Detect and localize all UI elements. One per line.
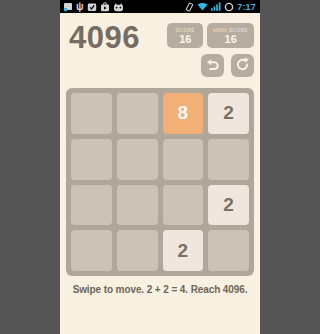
status-clock: 7:17 — [237, 2, 257, 12]
update-check-icon — [87, 1, 97, 12]
cyanogenmod-mascot-icon — [113, 1, 124, 12]
button-row — [201, 54, 254, 77]
tile-2: 2 — [208, 93, 249, 134]
tile-2: 2 — [163, 230, 204, 271]
empty-cell — [163, 139, 204, 180]
score-box: SCORE 16 — [167, 23, 203, 48]
tile-8: 8 — [163, 93, 204, 134]
hint-text: Swipe to move. 2 + 2 = 4. Reach 4096. — [60, 284, 260, 295]
refresh-icon — [235, 57, 250, 75]
app-screen: ψ 7:17 4096 SCORE 16 — [60, 0, 260, 334]
usb-icon: ψ — [76, 1, 84, 12]
play-store-icon — [100, 1, 110, 12]
status-bar: ψ 7:17 — [60, 0, 260, 13]
score-row: SCORE 16 HIGH SCORE 16 — [167, 23, 254, 48]
empty-cell — [117, 93, 158, 134]
empty-cell — [71, 230, 112, 271]
empty-cell — [71, 139, 112, 180]
tile-2: 2 — [208, 185, 249, 226]
undo-button[interactable] — [201, 54, 224, 77]
game-board[interactable]: 8222 — [66, 88, 254, 276]
empty-cell — [208, 230, 249, 271]
screenshot-icon — [63, 1, 73, 12]
undo-icon — [205, 57, 220, 75]
empty-cell — [208, 139, 249, 180]
high-score-box: HIGH SCORE 16 — [207, 23, 254, 48]
page-title: 4096 — [69, 23, 140, 88]
vibrate-icon — [185, 1, 194, 12]
empty-cell — [117, 185, 158, 226]
signal-icon — [211, 1, 221, 12]
empty-cell — [163, 185, 204, 226]
game-header: 4096 SCORE 16 HIGH SCORE 16 — [60, 13, 260, 88]
new-game-button[interactable] — [231, 54, 254, 77]
high-score-value: 16 — [213, 33, 248, 45]
score-value: 16 — [173, 33, 197, 45]
empty-cell — [117, 230, 158, 271]
battery-circle-icon — [224, 1, 234, 12]
header-right: SCORE 16 HIGH SCORE 16 — [167, 23, 254, 88]
empty-cell — [71, 93, 112, 134]
empty-cell — [117, 139, 158, 180]
empty-cell — [71, 185, 112, 226]
wifi-icon — [197, 1, 208, 12]
